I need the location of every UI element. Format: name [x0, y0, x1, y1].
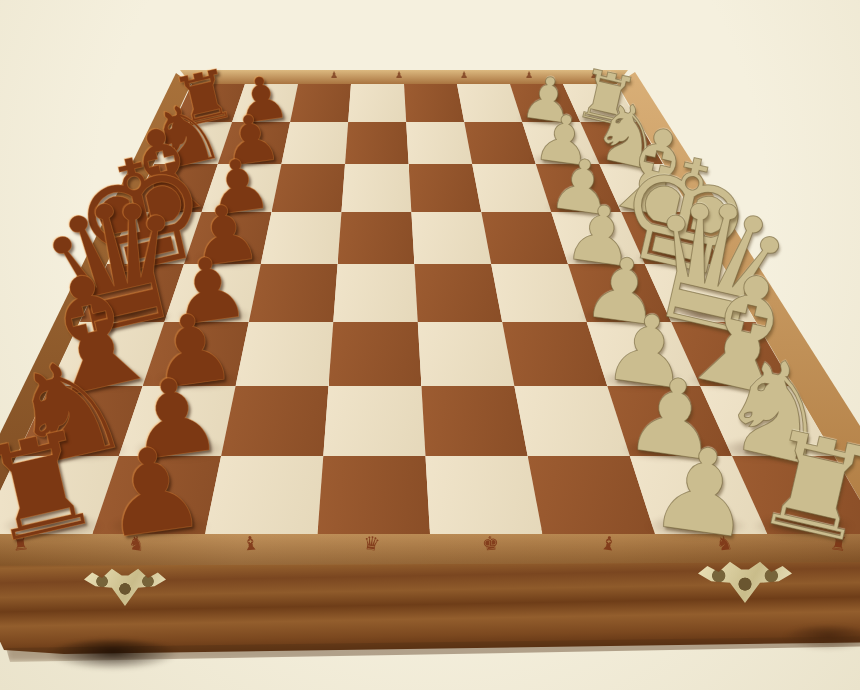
square-c5[interactable] [329, 322, 422, 386]
square-a5[interactable] [318, 456, 431, 534]
chess-board: ♜♞♝♛♚♝♞♜♟♟♟♟♟♜♟♟♜♞♟♟♞♝♟♟♝♚♟♟♚♛♟♟♛♝♟♟♝♞♟♟… [0, 0, 860, 690]
square-b5[interactable] [323, 386, 425, 456]
box-foot-left [48, 640, 178, 670]
front-rail-carving-4: ♛ [362, 533, 382, 554]
square-h5[interactable] [348, 84, 406, 122]
front-rail-carving-5: ♚ [481, 533, 500, 554]
wooden-chess-set-photo: ♜♞♝♛♚♝♞♜♟♟♟♟♟♜♟♟♜♞♟♟♞♝♟♟♝♚♟♟♚♛♟♟♛♝♟♟♝♞♟♟… [0, 0, 860, 690]
back-rail-mark-2: ♟ [395, 71, 403, 80]
